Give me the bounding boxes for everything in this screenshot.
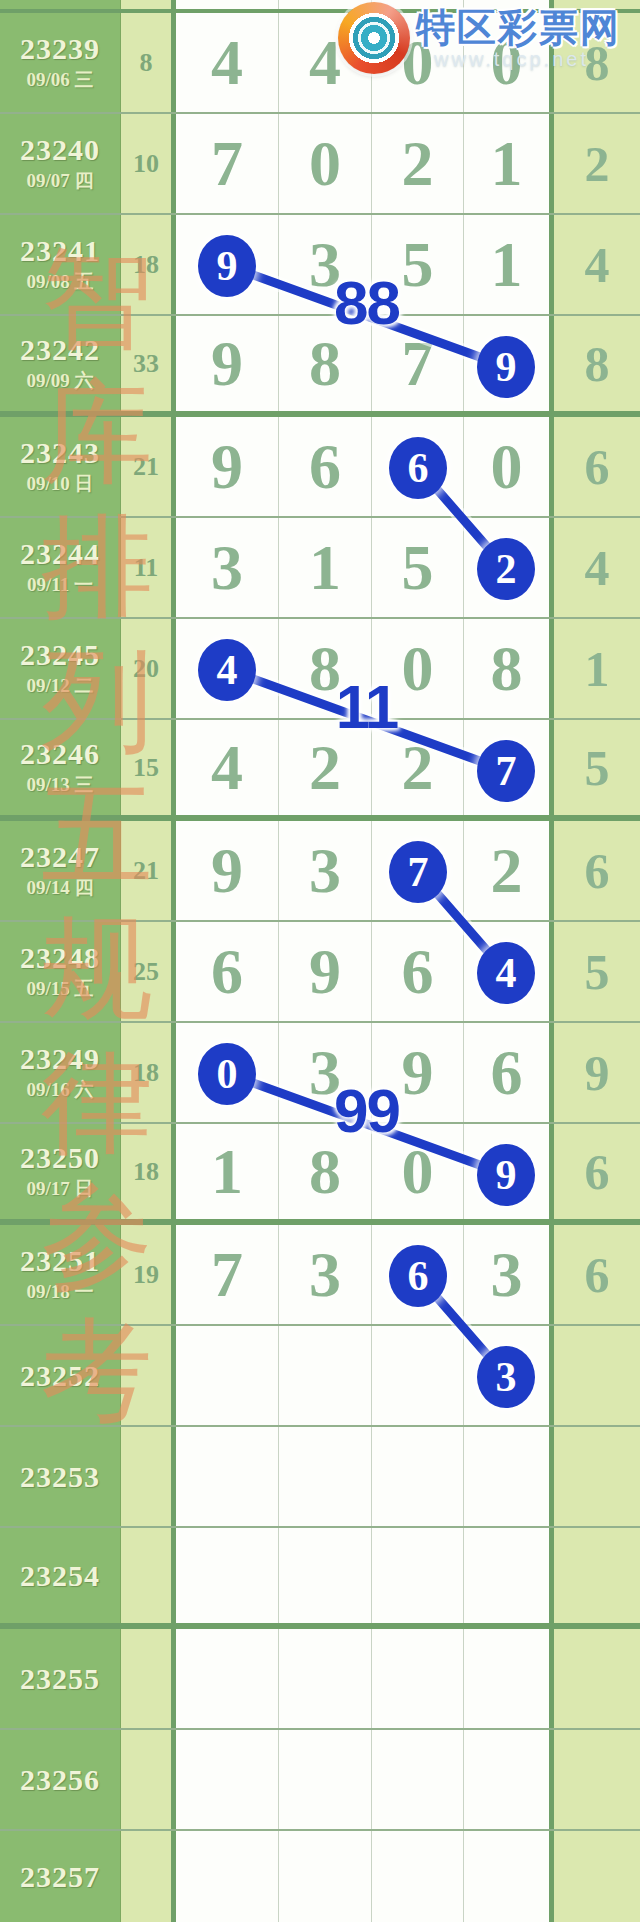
draw-digit-cell: 9 [176, 316, 279, 411]
draw-digit-cell [464, 1528, 554, 1623]
draw-digit-cell [176, 1831, 279, 1922]
watermark-char: 参 [41, 1180, 153, 1292]
issue-number: 23254 [20, 1559, 100, 1593]
table-row: 23256 [0, 1730, 640, 1831]
draw-digit-cell [279, 1326, 372, 1425]
draw-digit-cell: 0 [279, 114, 372, 213]
swirl-logo-icon [338, 2, 410, 74]
count-cell: 8 [121, 13, 176, 112]
draw-digit-cell: 1 [464, 114, 554, 213]
table-row: 23255 [0, 1629, 640, 1730]
draw-digit-cell: 5 [372, 518, 464, 617]
watermark-char: 列 [41, 644, 153, 756]
tail-digit-cell [554, 1730, 640, 1829]
draw-digit-cell [372, 1730, 464, 1829]
draw-digit-cell [176, 1427, 279, 1526]
draw-digit-cell: 6 [176, 922, 279, 1021]
draw-digit-cell [279, 1831, 372, 1922]
connection-label: 11 [336, 671, 398, 742]
circled-digit: 7 [477, 740, 535, 802]
tail-digit-cell: 2 [554, 114, 640, 213]
count-cell [121, 1629, 176, 1728]
watermark-char: 智 [41, 242, 153, 354]
watermark-char: 规 [41, 912, 153, 1024]
draw-digit-cell: 9 [176, 821, 279, 920]
draw-digit-cell: 2 [464, 821, 554, 920]
draw-digit-cell: 9 [176, 417, 279, 516]
issue-cell: 23254 [0, 1528, 121, 1623]
tail-digit-cell: 4 [554, 518, 640, 617]
lottery-trend-chart-screenshot: 2323909/06 三8440082324009/07 四1070212232… [0, 0, 640, 1922]
draw-digit-cell: 1 [176, 1124, 279, 1219]
draw-digit-cell [372, 1528, 464, 1623]
draw-digit-cell: 3 [279, 821, 372, 920]
site-url: www.tqcp.net [416, 48, 621, 71]
table-row: 23253 [0, 1427, 640, 1528]
draw-digit-cell: 3 [279, 1225, 372, 1324]
cell [176, 0, 279, 9]
circled-digit: 9 [198, 235, 256, 297]
issue-number: 23253 [20, 1460, 100, 1494]
draw-digit-cell: 4 [176, 13, 279, 112]
circled-digit: 4 [198, 639, 256, 701]
draw-digit-cell [372, 1831, 464, 1922]
draw-digit-cell [176, 1730, 279, 1829]
count-cell [121, 1831, 176, 1922]
watermark-char: 律 [41, 1046, 153, 1158]
tail-digit-cell: 4 [554, 215, 640, 314]
draw-digit-cell: 3 [464, 1225, 554, 1324]
issue-cell: 23255 [0, 1629, 121, 1728]
circled-digit: 9 [477, 1144, 535, 1206]
circled-digit: 0 [198, 1043, 256, 1105]
issue-number: 23255 [20, 1662, 100, 1696]
circled-digit: 6 [389, 437, 447, 499]
site-logo[interactable]: 特区彩票网 www.tqcp.net [338, 2, 621, 74]
issue-number: 23240 [20, 133, 100, 167]
draw-digit-cell [464, 1831, 554, 1922]
issue-cell: 23253 [0, 1427, 121, 1526]
site-name: 特区彩票网 [416, 8, 621, 47]
draw-digit-cell: 3 [176, 518, 279, 617]
draw-digit-cell: 6 [372, 922, 464, 1021]
connection-label: 88 [334, 267, 399, 338]
table-row: 23254 [0, 1528, 640, 1629]
draw-digit-cell: 6 [464, 1023, 554, 1122]
draw-digit-cell: 8 [464, 619, 554, 718]
issue-cell: 23256 [0, 1730, 121, 1829]
issue-number: 23256 [20, 1763, 100, 1797]
issue-cell: 2324009/07 四 [0, 114, 121, 213]
tail-digit-cell: 6 [554, 821, 640, 920]
draw-digit-cell: 1 [279, 518, 372, 617]
count-cell: 10 [121, 114, 176, 213]
draw-digit-cell: 0 [464, 417, 554, 516]
cell [0, 0, 121, 9]
circled-digit: 7 [389, 841, 447, 903]
draw-digit-cell [464, 1629, 554, 1728]
tail-digit-cell [554, 1326, 640, 1425]
circled-digit: 9 [477, 336, 535, 398]
issue-number: 23239 [20, 32, 100, 66]
tail-digit-cell [554, 1528, 640, 1623]
draw-digit-cell: 6 [279, 417, 372, 516]
watermark-char: 五 [41, 778, 153, 890]
draw-date: 09/07 四 [26, 168, 93, 194]
watermark-char: 考 [41, 1314, 153, 1426]
draw-digit-cell [176, 1528, 279, 1623]
circled-digit: 2 [477, 538, 535, 600]
watermark-char: 排 [41, 510, 153, 622]
draw-digit-cell [372, 1427, 464, 1526]
circled-digit: 4 [477, 942, 535, 1004]
tail-digit-cell: 1 [554, 619, 640, 718]
tail-digit-cell [554, 1427, 640, 1526]
draw-date: 09/06 三 [26, 67, 93, 93]
tail-digit-cell: 5 [554, 922, 640, 1021]
cell [121, 0, 176, 9]
issue-cell: 2323909/06 三 [0, 13, 121, 112]
issue-cell: 23257 [0, 1831, 121, 1922]
count-cell [121, 1528, 176, 1623]
table-row: 2324009/07 四1070212 [0, 114, 640, 215]
draw-digit-cell [279, 1427, 372, 1526]
draw-digit-cell [372, 1629, 464, 1728]
draw-digit-cell [279, 1629, 372, 1728]
draw-digit-cell [372, 1326, 464, 1425]
draw-digit-cell: 2 [372, 114, 464, 213]
tail-digit-cell [554, 1831, 640, 1922]
issue-number: 23257 [20, 1860, 100, 1894]
tail-digit-cell: 5 [554, 720, 640, 815]
draw-digit-cell: 7 [176, 114, 279, 213]
tail-digit-cell: 6 [554, 1225, 640, 1324]
tail-digit-cell: 9 [554, 1023, 640, 1122]
tail-digit-cell: 8 [554, 316, 640, 411]
draw-digit-cell [279, 1730, 372, 1829]
draw-digit-cell: 9 [279, 922, 372, 1021]
count-cell [121, 1427, 176, 1526]
draw-digit-cell [176, 1326, 279, 1425]
circled-digit: 3 [477, 1346, 535, 1408]
draw-digit-cell [464, 1427, 554, 1526]
draw-digit-cell [176, 1629, 279, 1728]
draw-digit-cell [279, 1528, 372, 1623]
draw-digit-cell [464, 1730, 554, 1829]
tail-digit-cell: 6 [554, 1124, 640, 1219]
table-row: 23257 [0, 1831, 640, 1922]
draw-digit-cell: 4 [176, 720, 279, 815]
count-cell [121, 1730, 176, 1829]
connection-label: 99 [334, 1075, 399, 1146]
tail-digit-cell [554, 1629, 640, 1728]
watermark-char: 库 [41, 376, 153, 488]
circled-digit: 6 [389, 1245, 447, 1307]
draw-digit-cell: 1 [464, 215, 554, 314]
draw-digit-cell: 7 [176, 1225, 279, 1324]
tail-digit-cell: 6 [554, 417, 640, 516]
